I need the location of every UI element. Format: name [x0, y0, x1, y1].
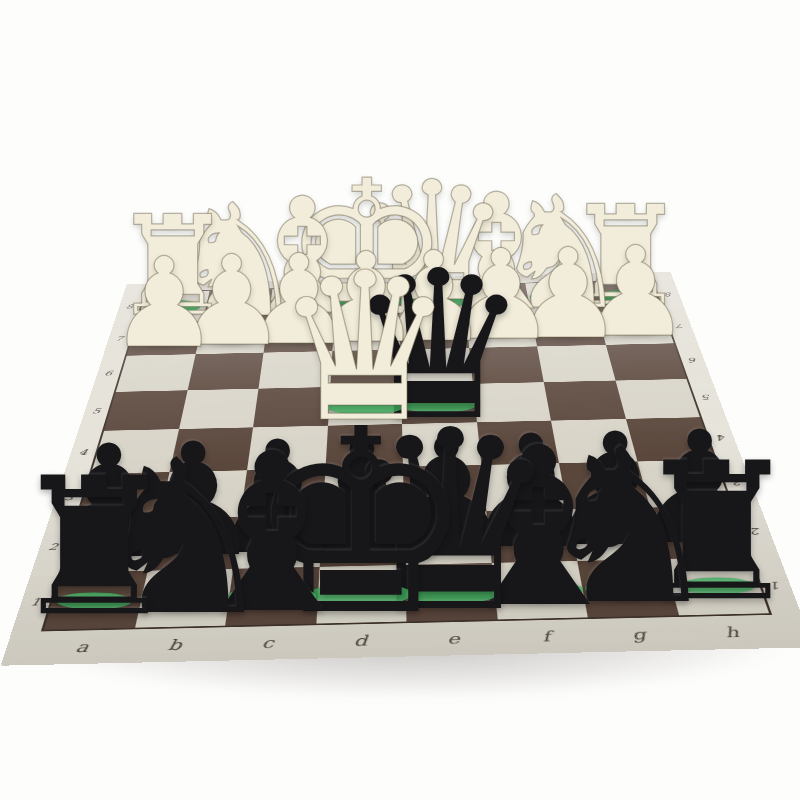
square-c1	[225, 566, 319, 625]
square-a2	[61, 519, 158, 573]
square-c4	[247, 426, 327, 470]
square-f2	[486, 509, 577, 562]
square-a5	[104, 390, 187, 431]
square-a6	[116, 354, 195, 391]
square-b3	[159, 470, 247, 519]
square-c5	[253, 387, 330, 428]
square-b8	[203, 289, 273, 321]
square-g6	[537, 345, 615, 382]
square-a1	[44, 570, 147, 629]
square-d3	[322, 466, 404, 514]
square-a7	[127, 321, 203, 356]
square-e5	[401, 384, 476, 424]
square-e6	[400, 348, 472, 385]
square-d4	[325, 424, 403, 468]
square-h7	[597, 311, 674, 345]
square-c8	[268, 288, 335, 320]
square-e7	[400, 315, 469, 349]
square-b6	[187, 353, 263, 390]
square-f8	[462, 283, 531, 315]
square-h2	[649, 506, 749, 559]
square-b5	[179, 388, 259, 429]
square-c2	[233, 515, 322, 568]
square-e1	[405, 563, 497, 622]
square-f6	[469, 346, 544, 383]
file-label-f: f	[498, 619, 596, 654]
square-b2	[147, 517, 240, 571]
square-g3	[559, 461, 649, 509]
square-c3	[240, 468, 325, 517]
square-e4	[402, 422, 481, 466]
square-a3	[77, 472, 169, 521]
square-d2	[319, 513, 405, 566]
square-g8	[525, 282, 596, 314]
square-h5	[615, 379, 700, 419]
square-f5	[472, 382, 551, 422]
square-f7	[465, 314, 537, 348]
square-f4	[476, 421, 558, 465]
square-f3	[481, 463, 568, 511]
square-a4	[91, 429, 178, 473]
square-d8	[334, 286, 400, 318]
square-h3	[637, 459, 731, 507]
perspective-tilt: 87654321 87654321 abcdefgh	[0, 0, 800, 800]
file-label-d: d	[313, 623, 407, 658]
file-label-h: h	[681, 615, 784, 650]
square-h4	[625, 417, 714, 461]
square-h1	[663, 557, 769, 616]
square-e2	[404, 511, 491, 564]
square-d5	[328, 385, 402, 426]
board-squares	[41, 280, 772, 632]
file-label-b: b	[125, 627, 224, 663]
square-b7	[195, 320, 268, 355]
square-d1	[316, 565, 407, 624]
square-d6	[330, 350, 401, 387]
square-g1	[577, 559, 678, 618]
square-g4	[551, 419, 637, 463]
square-h6	[605, 343, 686, 380]
file-label-g: g	[589, 617, 689, 652]
square-c7	[264, 318, 334, 352]
square-e8	[399, 285, 465, 317]
square-h8	[588, 281, 662, 313]
vinyl-board-mat: 87654321 87654321 abcdefgh	[1, 272, 800, 666]
file-label-c: c	[219, 625, 315, 661]
square-g7	[531, 312, 606, 346]
square-b4	[169, 427, 253, 471]
square-g5	[544, 380, 626, 420]
square-d7	[332, 317, 400, 351]
file-label-e: e	[407, 621, 502, 656]
square-a8	[137, 291, 209, 323]
square-g2	[568, 508, 664, 561]
product-photo-stage: 87654321 87654321 abcdefgh ♜♞♝♚♛♝♞♜♟♟♟♟♟…	[0, 0, 800, 800]
square-b1	[134, 568, 233, 627]
square-c6	[259, 351, 332, 388]
square-e3	[403, 465, 486, 513]
square-f1	[491, 561, 588, 620]
file-label-a: a	[31, 629, 133, 665]
